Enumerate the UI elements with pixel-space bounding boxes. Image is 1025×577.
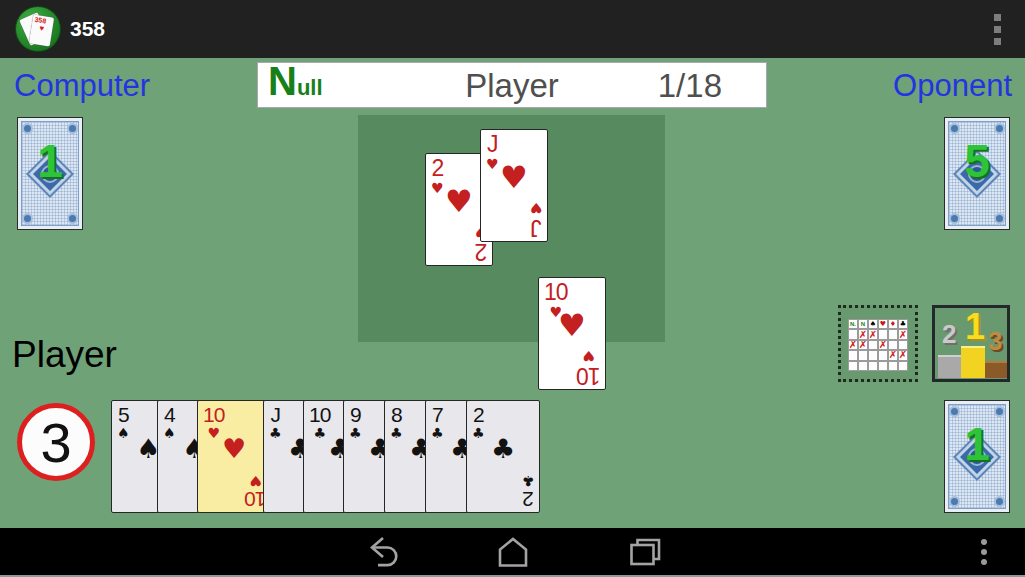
sheet-x-cell: ✗ bbox=[888, 350, 898, 360]
computer-trick-count: 1 bbox=[18, 134, 82, 188]
card-corner: 9♣ bbox=[349, 404, 362, 440]
card-corner: 2♣ bbox=[472, 404, 485, 440]
sheet-empty-cell bbox=[878, 361, 888, 371]
card-corner: 2♣ bbox=[522, 474, 535, 510]
player-trick-pile: 1 bbox=[944, 400, 1010, 513]
sheet-empty-cell bbox=[868, 350, 878, 360]
seat-label-player: Player bbox=[12, 334, 117, 376]
sheet-empty-cell bbox=[878, 350, 888, 360]
hand-card-2-club[interactable]: 2♣♣2♣ bbox=[466, 400, 540, 513]
sheet-empty-cell bbox=[898, 361, 908, 371]
card-corner: J♣ bbox=[269, 404, 282, 440]
app-title: 358 bbox=[70, 0, 105, 58]
podium-third: 3 bbox=[988, 328, 1002, 354]
sheet-header-cell: ♥ bbox=[878, 319, 888, 329]
game-screen: 358 ♥ 358 Null Player 1/18 Computer Opon… bbox=[0, 0, 1025, 577]
app-logo-icon: 358 ♥ bbox=[15, 6, 61, 52]
back-icon[interactable] bbox=[361, 532, 401, 572]
sheet-x-cell: ✗ bbox=[868, 329, 878, 339]
scoresheet-button[interactable]: N.N♠♥♦♣✗✗✗✗✗✗✗✗ bbox=[838, 305, 918, 382]
heart-icon: ♥ bbox=[558, 307, 586, 343]
trick-card-10-heart: 10♥♥10♥ bbox=[538, 277, 606, 390]
sheet-empty-cell bbox=[848, 350, 858, 360]
sheet-header-cell: N. bbox=[848, 319, 858, 329]
podium-block-second bbox=[938, 355, 961, 378]
player-target-badge: 3 bbox=[17, 403, 95, 481]
sheet-x-cell: ✗ bbox=[898, 329, 908, 339]
club-icon: ♣ bbox=[491, 432, 515, 463]
card-corner: 7♣ bbox=[431, 404, 444, 440]
sheet-x-cell: ✗ bbox=[898, 350, 908, 360]
trick-counter: 1/18 bbox=[658, 67, 722, 105]
card-corner: 5♠ bbox=[117, 404, 130, 440]
sheet-empty-cell bbox=[878, 329, 888, 339]
sheet-empty-cell bbox=[888, 361, 898, 371]
sheet-empty-cell bbox=[888, 329, 898, 339]
android-nav-bar bbox=[0, 528, 1025, 577]
seat-label-oponent: Oponent bbox=[893, 68, 1012, 104]
logo-card-front: 358 ♥ bbox=[29, 15, 54, 47]
sheet-empty-cell bbox=[848, 361, 858, 371]
sheet-x-cell: ✗ bbox=[858, 340, 868, 350]
sheet-empty-cell bbox=[868, 361, 878, 371]
heart-icon: ♥ bbox=[445, 183, 473, 219]
sheet-x-cell: ✗ bbox=[848, 340, 858, 350]
sheet-header-cell: ♣ bbox=[898, 319, 908, 329]
sheet-header-cell: ♦ bbox=[888, 319, 898, 329]
sheet-x-cell: ✗ bbox=[878, 340, 888, 350]
recents-icon[interactable] bbox=[625, 532, 665, 572]
sheet-x-cell: ✗ bbox=[858, 329, 868, 339]
nav-overflow-menu-icon[interactable] bbox=[981, 528, 987, 575]
seat-label-computer: Computer bbox=[14, 68, 150, 104]
podium-first: 1 bbox=[965, 309, 985, 345]
oponent-trick-pile: 5 bbox=[944, 117, 1010, 230]
podium-block-third bbox=[985, 361, 1007, 378]
logo-heart-icon: ♥ bbox=[39, 23, 45, 33]
status-bar: Null Player 1/18 bbox=[257, 62, 767, 108]
sheet-empty-cell bbox=[848, 329, 858, 339]
card-corner: 2♥ bbox=[431, 157, 444, 195]
trick-card-J-heart: J♥♥J♥ bbox=[480, 129, 548, 242]
sheet-empty-cell bbox=[898, 340, 908, 350]
app-bar: 358 ♥ 358 bbox=[0, 0, 1025, 58]
heart-icon: ♥ bbox=[222, 432, 246, 463]
card-corner: 4♠ bbox=[163, 404, 176, 440]
heart-icon: ♥ bbox=[500, 159, 528, 195]
scoresheet-grid: N.N♠♥♦♣✗✗✗✗✗✗✗✗ bbox=[848, 319, 908, 371]
card-corner: J♥ bbox=[486, 133, 499, 171]
player-target-number: 3 bbox=[40, 410, 71, 475]
sheet-header-cell: ♠ bbox=[868, 319, 878, 329]
podium-block-first bbox=[961, 346, 985, 378]
sheet-header-cell: N bbox=[858, 319, 868, 329]
sheet-empty-cell bbox=[888, 340, 898, 350]
oponent-trick-count: 5 bbox=[945, 134, 1009, 188]
sheet-empty-cell bbox=[858, 350, 868, 360]
player-trick-count: 1 bbox=[945, 417, 1009, 471]
home-icon[interactable] bbox=[493, 532, 533, 572]
hand-card-10-heart[interactable]: 10♥♥10♥ bbox=[197, 400, 271, 513]
podium-second: 2 bbox=[942, 321, 956, 347]
sheet-empty-cell bbox=[868, 340, 878, 350]
ranking-button[interactable]: 2 1 3 bbox=[932, 305, 1010, 382]
card-corner: J♥ bbox=[530, 201, 543, 239]
card-corner: 10♥ bbox=[577, 349, 601, 387]
overflow-menu-icon[interactable] bbox=[994, 0, 1001, 58]
sheet-empty-cell bbox=[858, 361, 868, 371]
computer-trick-pile: 1 bbox=[17, 117, 83, 230]
card-corner: 8♣ bbox=[390, 404, 403, 440]
